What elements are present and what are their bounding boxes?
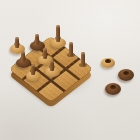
peg[interactable] xyxy=(50,60,54,71)
ring-hole xyxy=(123,71,129,75)
peg[interactable] xyxy=(31,64,35,75)
peg[interactable] xyxy=(43,48,47,59)
photo-scene xyxy=(0,0,140,140)
peg[interactable] xyxy=(35,34,39,45)
peg[interactable] xyxy=(21,51,25,62)
peg[interactable] xyxy=(56,25,60,42)
peg[interactable] xyxy=(15,37,19,48)
ring-hole xyxy=(110,85,116,89)
ring-hole xyxy=(105,59,111,63)
empty-peg[interactable] xyxy=(69,42,73,56)
empty-peg[interactable] xyxy=(81,52,85,66)
piece-layer xyxy=(0,0,140,140)
